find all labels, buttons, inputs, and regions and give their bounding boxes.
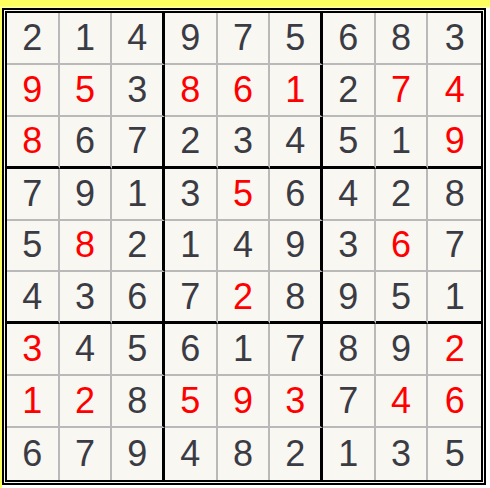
cell-r7c9[interactable]: 2 [428, 324, 481, 376]
cell-r3c9[interactable]: 9 [428, 117, 481, 169]
cell-r7c7[interactable]: 8 [323, 324, 376, 376]
cell-r3c7[interactable]: 5 [323, 117, 376, 169]
cell-r5c4[interactable]: 1 [165, 221, 218, 273]
cell-r5c3[interactable]: 2 [112, 221, 165, 273]
cell-r2c3[interactable]: 3 [112, 65, 165, 117]
cell-r9c9[interactable]: 5 [428, 428, 481, 480]
cell-r1c4[interactable]: 9 [165, 13, 218, 65]
cell-r2c4[interactable]: 8 [165, 65, 218, 117]
cell-r2c8[interactable]: 7 [376, 65, 429, 117]
cell-r6c7[interactable]: 9 [323, 272, 376, 324]
cell-r5c7[interactable]: 3 [323, 221, 376, 273]
cell-r8c3[interactable]: 8 [112, 376, 165, 428]
cell-r7c6[interactable]: 7 [270, 324, 323, 376]
cell-r9c4[interactable]: 4 [165, 428, 218, 480]
cell-r1c5[interactable]: 7 [218, 13, 271, 65]
cell-r9c7[interactable]: 1 [323, 428, 376, 480]
cell-r5c8[interactable]: 6 [376, 221, 429, 273]
cell-r1c2[interactable]: 1 [60, 13, 113, 65]
cell-r6c5[interactable]: 2 [218, 272, 271, 324]
cell-r4c3[interactable]: 1 [112, 169, 165, 221]
cell-r1c6[interactable]: 5 [270, 13, 323, 65]
cell-r4c5[interactable]: 5 [218, 169, 271, 221]
cell-r4c4[interactable]: 3 [165, 169, 218, 221]
cell-r4c6[interactable]: 6 [270, 169, 323, 221]
cell-r3c2[interactable]: 6 [60, 117, 113, 169]
cell-r3c3[interactable]: 7 [112, 117, 165, 169]
cell-r3c1[interactable]: 8 [7, 117, 60, 169]
cell-r3c6[interactable]: 4 [270, 117, 323, 169]
highlight-bar-left [0, 0, 2, 488]
cell-r4c2[interactable]: 9 [60, 169, 113, 221]
cell-r9c5[interactable]: 8 [218, 428, 271, 480]
cell-r3c5[interactable]: 3 [218, 117, 271, 169]
cell-r2c2[interactable]: 5 [60, 65, 113, 117]
cell-r7c5[interactable]: 1 [218, 324, 271, 376]
cell-r9c1[interactable]: 6 [7, 428, 60, 480]
cell-r1c9[interactable]: 3 [428, 13, 481, 65]
cell-r2c9[interactable]: 4 [428, 65, 481, 117]
cell-r5c6[interactable]: 9 [270, 221, 323, 273]
cell-r6c8[interactable]: 5 [376, 272, 429, 324]
cell-r9c6[interactable]: 2 [270, 428, 323, 480]
cell-r1c1[interactable]: 2 [7, 13, 60, 65]
cell-r7c2[interactable]: 4 [60, 324, 113, 376]
cell-r7c3[interactable]: 5 [112, 324, 165, 376]
cell-r8c6[interactable]: 3 [270, 376, 323, 428]
cell-r8c2[interactable]: 2 [60, 376, 113, 428]
cell-r5c2[interactable]: 8 [60, 221, 113, 273]
cell-r7c8[interactable]: 9 [376, 324, 429, 376]
cell-r6c9[interactable]: 1 [428, 272, 481, 324]
cell-r8c5[interactable]: 9 [218, 376, 271, 428]
cell-r4c9[interactable]: 8 [428, 169, 481, 221]
cell-r4c1[interactable]: 7 [7, 169, 60, 221]
cell-r2c6[interactable]: 1 [270, 65, 323, 117]
cell-r5c1[interactable]: 5 [7, 221, 60, 273]
cell-r6c3[interactable]: 6 [112, 272, 165, 324]
cell-r6c4[interactable]: 7 [165, 272, 218, 324]
cell-r5c5[interactable]: 4 [218, 221, 271, 273]
highlight-bar-top [0, 0, 490, 8]
cell-r7c4[interactable]: 6 [165, 324, 218, 376]
cell-r6c6[interactable]: 8 [270, 272, 323, 324]
cell-r9c3[interactable]: 9 [112, 428, 165, 480]
cell-r9c2[interactable]: 7 [60, 428, 113, 480]
cell-r4c7[interactable]: 4 [323, 169, 376, 221]
cell-r3c4[interactable]: 2 [165, 117, 218, 169]
cell-r3c8[interactable]: 1 [376, 117, 429, 169]
cell-r1c3[interactable]: 4 [112, 13, 165, 65]
cell-r1c8[interactable]: 8 [376, 13, 429, 65]
cell-r9c8[interactable]: 3 [376, 428, 429, 480]
cell-r2c7[interactable]: 2 [323, 65, 376, 117]
cell-r6c2[interactable]: 3 [60, 272, 113, 324]
cell-r4c8[interactable]: 2 [376, 169, 429, 221]
cell-r6c1[interactable]: 4 [7, 272, 60, 324]
cell-r7c1[interactable]: 3 [7, 324, 60, 376]
cell-r2c5[interactable]: 6 [218, 65, 271, 117]
cell-r2c1[interactable]: 9 [7, 65, 60, 117]
cell-r5c9[interactable]: 7 [428, 221, 481, 273]
cell-r8c8[interactable]: 4 [376, 376, 429, 428]
cell-r8c4[interactable]: 5 [165, 376, 218, 428]
cell-r8c7[interactable]: 7 [323, 376, 376, 428]
cell-r1c7[interactable]: 6 [323, 13, 376, 65]
cell-r8c9[interactable]: 6 [428, 376, 481, 428]
sudoku-board: 2149756839538612748672345197913564285821… [2, 8, 486, 485]
cell-r8c1[interactable]: 1 [7, 376, 60, 428]
